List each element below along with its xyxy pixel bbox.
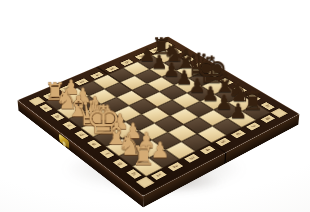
white-rook[interactable]: ♜: [132, 143, 156, 169]
fold-seam-side: [224, 152, 226, 164]
chess-set-photo-scene: abcdefgh abcdefgh 87654321 87654321 ♜♞♝♛…: [0, 0, 310, 212]
black-pawn[interactable]: ♟: [229, 101, 247, 121]
